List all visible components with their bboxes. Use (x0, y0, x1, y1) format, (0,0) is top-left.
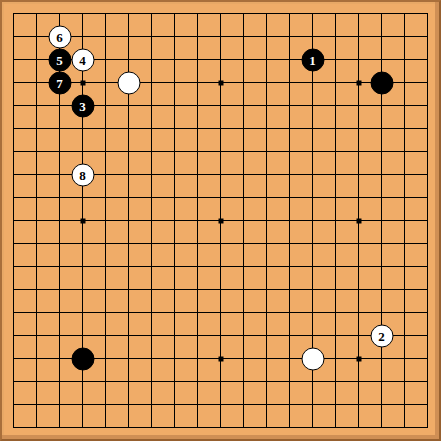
black-stone-move-5: 5 (48, 48, 71, 71)
white-stone-move-2: 2 (370, 324, 393, 347)
star-point (218, 218, 223, 223)
black-stone-move-1: 1 (301, 48, 324, 71)
star-point (218, 80, 223, 85)
black-stone-move-7: 7 (48, 71, 71, 94)
black-stone (370, 71, 393, 94)
white-stone-move-4: 4 (71, 48, 94, 71)
star-point (356, 218, 361, 223)
star-point (356, 356, 361, 361)
star-point (218, 356, 223, 361)
star-point (80, 80, 85, 85)
white-stone-move-6: 6 (48, 25, 71, 48)
white-stone-move-8: 8 (71, 163, 94, 186)
black-stone-move-3: 3 (71, 94, 94, 117)
star-point (80, 218, 85, 223)
go-diagram: 65471382 (0, 0, 441, 441)
white-stone (301, 347, 324, 370)
go-board: 65471382 (0, 0, 441, 441)
white-stone (117, 71, 140, 94)
black-stone (71, 347, 94, 370)
star-point (356, 80, 361, 85)
board-grid: 65471382 (13, 13, 428, 428)
